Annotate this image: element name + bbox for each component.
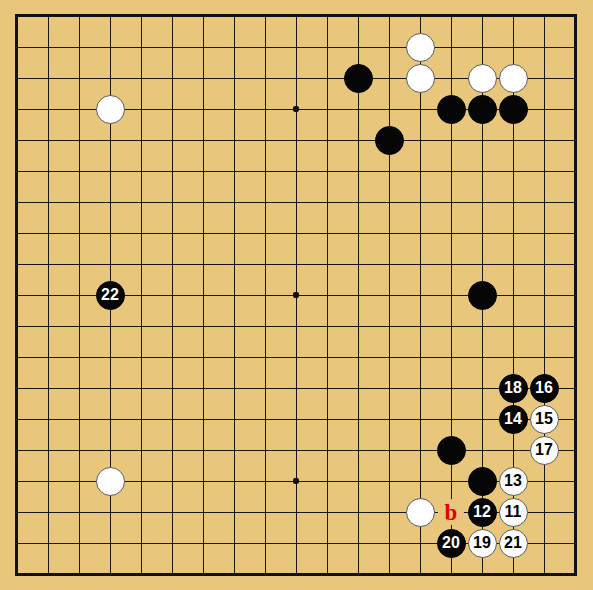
stone-black-move-12: 12 xyxy=(468,498,497,527)
stone-black xyxy=(499,95,528,124)
stone-black-move-16: 16 xyxy=(530,374,559,403)
stone-white xyxy=(406,64,435,93)
stone-black-move-22: 22 xyxy=(96,281,125,310)
stone-white-move-15: 15 xyxy=(530,405,559,434)
stone-black-move-14: 14 xyxy=(499,405,528,434)
stone-black-move-20: 20 xyxy=(437,529,466,558)
stone-white xyxy=(96,467,125,496)
stone-black xyxy=(437,436,466,465)
stone-white-move-19: 19 xyxy=(468,529,497,558)
stone-white-move-21: 21 xyxy=(499,529,528,558)
stone-white-move-17: 17 xyxy=(530,436,559,465)
stones-layer: 221816141517131211201921b xyxy=(2,1,591,590)
stone-black xyxy=(468,95,497,124)
stone-black xyxy=(468,467,497,496)
stone-white xyxy=(468,64,497,93)
stone-white xyxy=(499,64,528,93)
stone-black xyxy=(344,64,373,93)
stone-black-move-18: 18 xyxy=(499,374,528,403)
stone-white-move-13: 13 xyxy=(499,467,528,496)
stone-white xyxy=(96,95,125,124)
point-label-b: b xyxy=(438,499,464,525)
stone-white xyxy=(406,498,435,527)
stone-black xyxy=(437,95,466,124)
stone-black xyxy=(468,281,497,310)
stone-white-move-11: 11 xyxy=(499,498,528,527)
stone-white xyxy=(406,33,435,62)
go-board[interactable]: 221816141517131211201921b xyxy=(0,0,593,590)
stone-black xyxy=(375,126,404,155)
